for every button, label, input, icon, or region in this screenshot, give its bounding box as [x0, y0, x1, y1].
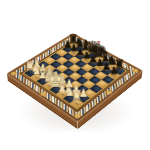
black-pawn-glyph: ♟ [109, 65, 119, 75]
black-king-red-finial [98, 40, 101, 43]
product-photo-stage: ♜♞♝♛♚♝♞♜♟♟♟♟♟♟♟♟♟♟♟♟♟♟♟♟♜♞♝♛♚♝♞♜ [0, 0, 150, 150]
white-rook-glyph: ♜ [70, 90, 84, 104]
